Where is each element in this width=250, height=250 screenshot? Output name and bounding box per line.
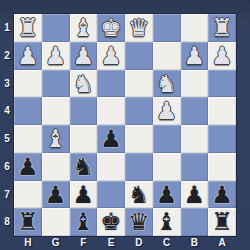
square-f1[interactable]: ♝ xyxy=(70,14,98,42)
square-c6[interactable] xyxy=(153,153,181,181)
piece-white-pawn[interactable]: ♟ xyxy=(14,42,42,70)
rank-label-7: 7 xyxy=(0,181,14,209)
square-h7[interactable] xyxy=(14,181,42,209)
piece-white-rook[interactable]: ♜ xyxy=(208,14,236,42)
square-f3[interactable]: ♞ xyxy=(70,70,98,98)
square-g4[interactable] xyxy=(42,97,70,125)
square-b1[interactable] xyxy=(181,14,209,42)
file-labels: HGFEDCBA xyxy=(14,236,236,250)
piece-white-pawn[interactable]: ♟ xyxy=(181,42,209,70)
square-d4[interactable] xyxy=(125,97,153,125)
rank-label-6: 6 xyxy=(0,153,14,181)
square-d3[interactable] xyxy=(125,70,153,98)
square-e4[interactable] xyxy=(97,97,125,125)
square-c3[interactable]: ♞ xyxy=(153,70,181,98)
piece-black-pawn[interactable]: ♟ xyxy=(42,181,70,209)
square-b3[interactable] xyxy=(181,70,209,98)
square-f6[interactable]: ♞ xyxy=(70,153,98,181)
square-a8[interactable]: ♜ xyxy=(208,208,236,236)
rank-label-5: 5 xyxy=(0,125,14,153)
rank-labels: 12345678 xyxy=(0,14,14,236)
square-b2[interactable]: ♟ xyxy=(181,42,209,70)
rank-label-1: 1 xyxy=(0,14,14,42)
square-g3[interactable] xyxy=(42,70,70,98)
square-d7[interactable]: ♞ xyxy=(125,181,153,209)
square-d2[interactable] xyxy=(125,42,153,70)
chess-diagram: 12345678 ♜♝♚♛♜♟♟♟♟♟♟♞♞♟♝♟♟♞♟♟♞♟♟♟♜♝♚♛♝♜ … xyxy=(0,0,250,250)
square-g1[interactable] xyxy=(42,14,70,42)
square-f4[interactable] xyxy=(70,97,98,125)
rank-label-2: 2 xyxy=(0,42,14,70)
square-c5[interactable] xyxy=(153,125,181,153)
rank-label-8: 8 xyxy=(0,208,14,236)
file-label-h: H xyxy=(14,236,42,250)
piece-black-knight[interactable]: ♞ xyxy=(70,153,98,181)
piece-white-knight[interactable]: ♞ xyxy=(153,70,181,98)
piece-black-rook[interactable]: ♜ xyxy=(208,208,236,236)
piece-white-pawn[interactable]: ♟ xyxy=(208,42,236,70)
piece-white-pawn[interactable]: ♟ xyxy=(70,42,98,70)
square-h6[interactable]: ♟ xyxy=(14,153,42,181)
file-label-g: G xyxy=(42,236,70,250)
board[interactable]: ♜♝♚♛♜♟♟♟♟♟♟♞♞♟♝♟♟♞♟♟♞♟♟♟♜♝♚♛♝♜ xyxy=(14,14,236,236)
square-a7[interactable]: ♟ xyxy=(208,181,236,209)
square-h3[interactable] xyxy=(14,70,42,98)
square-c2[interactable] xyxy=(153,42,181,70)
square-a4[interactable] xyxy=(208,97,236,125)
file-label-b: B xyxy=(181,236,209,250)
piece-black-bishop[interactable]: ♝ xyxy=(70,208,98,236)
file-label-c: C xyxy=(153,236,181,250)
square-a1[interactable]: ♜ xyxy=(208,14,236,42)
square-b5[interactable] xyxy=(181,125,209,153)
square-d6[interactable] xyxy=(125,153,153,181)
square-h1[interactable]: ♜ xyxy=(14,14,42,42)
file-label-f: F xyxy=(70,236,98,250)
square-e2[interactable]: ♟ xyxy=(97,42,125,70)
square-a3[interactable] xyxy=(208,70,236,98)
square-f5[interactable] xyxy=(70,125,98,153)
piece-black-bishop[interactable]: ♝ xyxy=(153,208,181,236)
piece-white-pawn[interactable]: ♟ xyxy=(42,42,70,70)
square-a5[interactable] xyxy=(208,125,236,153)
piece-black-pawn[interactable]: ♟ xyxy=(14,153,42,181)
square-a2[interactable]: ♟ xyxy=(208,42,236,70)
piece-white-knight[interactable]: ♞ xyxy=(70,70,98,98)
file-label-d: D xyxy=(125,236,153,250)
square-f8[interactable]: ♝ xyxy=(70,208,98,236)
square-h2[interactable]: ♟ xyxy=(14,42,42,70)
file-label-e: E xyxy=(97,236,125,250)
piece-white-bishop[interactable]: ♝ xyxy=(70,14,98,42)
square-g7[interactable]: ♟ xyxy=(42,181,70,209)
piece-black-king[interactable]: ♚ xyxy=(97,208,125,236)
square-e8[interactable]: ♚ xyxy=(97,208,125,236)
square-b8[interactable] xyxy=(181,208,209,236)
square-h4[interactable] xyxy=(14,97,42,125)
square-e5[interactable]: ♟ xyxy=(97,125,125,153)
piece-black-queen[interactable]: ♛ xyxy=(125,208,153,236)
piece-black-pawn[interactable]: ♟ xyxy=(70,181,98,209)
square-c1[interactable] xyxy=(153,14,181,42)
rank-label-3: 3 xyxy=(0,70,14,98)
square-c4[interactable]: ♟ xyxy=(153,97,181,125)
piece-white-bishop[interactable]: ♝ xyxy=(42,125,70,153)
square-a6[interactable] xyxy=(208,153,236,181)
file-label-a: A xyxy=(208,236,236,250)
square-g2[interactable]: ♟ xyxy=(42,42,70,70)
square-d5[interactable] xyxy=(125,125,153,153)
square-b7[interactable]: ♟ xyxy=(181,181,209,209)
square-d1[interactable]: ♛ xyxy=(125,14,153,42)
square-g6[interactable] xyxy=(42,153,70,181)
piece-black-pawn[interactable]: ♟ xyxy=(208,181,236,209)
square-g8[interactable] xyxy=(42,208,70,236)
piece-black-pawn[interactable]: ♟ xyxy=(97,125,125,153)
piece-white-pawn[interactable]: ♟ xyxy=(97,42,125,70)
square-c7[interactable]: ♟ xyxy=(153,181,181,209)
square-e1[interactable]: ♚ xyxy=(97,14,125,42)
square-g5[interactable]: ♝ xyxy=(42,125,70,153)
square-b6[interactable] xyxy=(181,153,209,181)
square-d8[interactable]: ♛ xyxy=(125,208,153,236)
piece-black-pawn[interactable]: ♟ xyxy=(153,181,181,209)
piece-white-queen[interactable]: ♛ xyxy=(125,14,153,42)
square-e7[interactable] xyxy=(97,181,125,209)
piece-white-king[interactable]: ♚ xyxy=(97,14,125,42)
piece-black-pawn[interactable]: ♟ xyxy=(181,181,209,209)
square-e6[interactable] xyxy=(97,153,125,181)
rank-label-4: 4 xyxy=(0,97,14,125)
square-h5[interactable] xyxy=(14,125,42,153)
square-b4[interactable] xyxy=(181,97,209,125)
piece-black-knight[interactable]: ♞ xyxy=(125,181,153,209)
square-e3[interactable] xyxy=(97,70,125,98)
piece-white-pawn[interactable]: ♟ xyxy=(153,97,181,125)
piece-white-rook[interactable]: ♜ xyxy=(14,14,42,42)
square-c8[interactable]: ♝ xyxy=(153,208,181,236)
square-f2[interactable]: ♟ xyxy=(70,42,98,70)
square-f7[interactable]: ♟ xyxy=(70,181,98,209)
square-h8[interactable]: ♜ xyxy=(14,208,42,236)
piece-black-rook[interactable]: ♜ xyxy=(14,208,42,236)
